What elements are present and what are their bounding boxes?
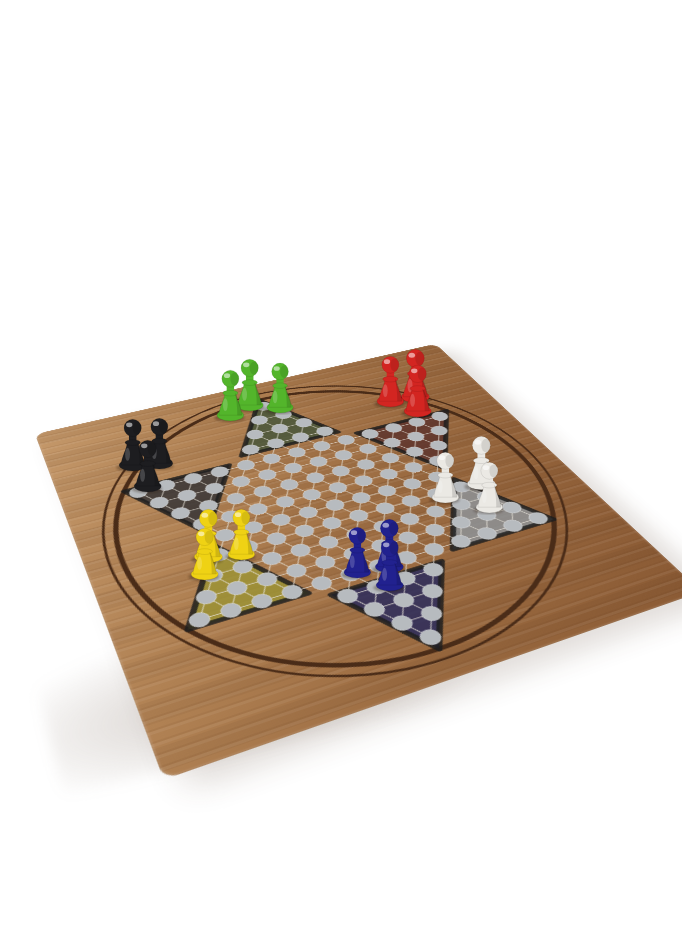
- hole-r9-c6[interactable]: [373, 501, 397, 516]
- hole-r6-c4[interactable]: [278, 478, 301, 492]
- hole-r6-c6[interactable]: [329, 464, 352, 477]
- hole-r6-c2[interactable]: [225, 491, 248, 505]
- hole-r9-c3[interactable]: [292, 523, 316, 539]
- hole-r8-c7[interactable]: [401, 477, 425, 491]
- hole-r6-c8[interactable]: [379, 452, 402, 465]
- hole-r4-c7[interactable]: [311, 440, 333, 453]
- hole-r5-c4[interactable]: [256, 468, 278, 482]
- hole-r6-c3[interactable]: [251, 485, 274, 499]
- hole-r10-c8[interactable]: [423, 504, 448, 519]
- hole-r10-c3[interactable]: [288, 542, 313, 558]
- pawn-green-2[interactable]: [262, 359, 298, 415]
- hole-r10-c4[interactable]: [316, 534, 341, 550]
- hole-r7-c7[interactable]: [377, 467, 400, 480]
- hole-r9-c5[interactable]: [347, 508, 371, 523]
- hole-r4-c8[interactable]: [335, 434, 357, 446]
- hole-r9-c7[interactable]: [399, 494, 423, 508]
- hole-r4-c6[interactable]: [286, 446, 308, 459]
- hole-r5-c8[interactable]: [357, 443, 379, 456]
- hole-r11-c3[interactable]: [284, 562, 309, 579]
- hole-r5-c5[interactable]: [282, 462, 304, 475]
- hole-r12-c4[interactable]: [309, 574, 335, 592]
- hole-r7-c6[interactable]: [352, 474, 375, 488]
- hole-r7-c4[interactable]: [300, 488, 323, 502]
- hole-r7-c3[interactable]: [274, 495, 297, 510]
- hole-r8-c4[interactable]: [323, 498, 347, 513]
- pawn-red-3[interactable]: [399, 361, 436, 419]
- hole-r7-c5[interactable]: [326, 481, 349, 495]
- hole-r5-c6[interactable]: [307, 455, 329, 468]
- pawn-yellow-3[interactable]: [186, 524, 223, 582]
- product-photo: [0, 0, 682, 934]
- hole-r8-c6[interactable]: [375, 484, 399, 498]
- scene: [85, 255, 585, 755]
- hole-r12-c8[interactable]: [421, 541, 447, 557]
- hole-r6-c5[interactable]: [304, 471, 327, 485]
- hole-r4-c5[interactable]: [261, 452, 283, 465]
- hole-r5-c3[interactable]: [230, 475, 252, 489]
- pawn-blue-3[interactable]: [371, 535, 408, 593]
- pawn-green-3[interactable]: [212, 366, 249, 423]
- hole-r5-c7[interactable]: [332, 449, 354, 462]
- hole-r6-c7[interactable]: [355, 458, 378, 471]
- pawn-blue-1[interactable]: [339, 523, 376, 580]
- hole-r11-c4[interactable]: [313, 554, 338, 571]
- pawn-black-3[interactable]: [129, 436, 166, 494]
- hole-r4-c4[interactable]: [235, 459, 257, 472]
- hole-r8-c2[interactable]: [269, 512, 293, 527]
- hole-r7-c8[interactable]: [402, 461, 425, 474]
- pawn-white-1[interactable]: [427, 448, 464, 505]
- pawn-white-3[interactable]: [471, 458, 508, 515]
- hole-r8-c5[interactable]: [349, 491, 373, 505]
- hole-r11-c8[interactable]: [422, 522, 447, 538]
- hole-r9-c2[interactable]: [264, 531, 288, 547]
- hole-r8-c3[interactable]: [296, 505, 320, 520]
- pawn-yellow-2[interactable]: [223, 505, 260, 562]
- hole-r10-c2[interactable]: [260, 550, 285, 567]
